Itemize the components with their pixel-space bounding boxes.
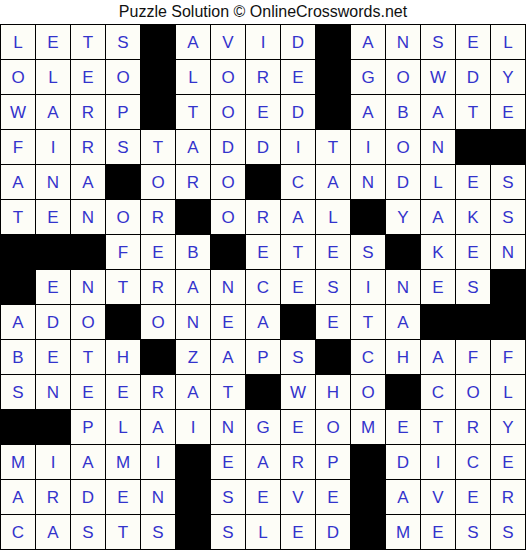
letter-cell: E <box>71 375 106 410</box>
letter-cell: D <box>386 165 421 200</box>
letter-cell: E <box>316 480 351 515</box>
letter-cell: A <box>421 340 456 375</box>
letter-cell: E <box>246 480 281 515</box>
letter-cell: E <box>71 60 106 95</box>
letter-cell: O <box>351 375 386 410</box>
letter-cell: A <box>141 410 176 445</box>
letter-cell: D <box>281 95 316 130</box>
black-cell <box>386 235 421 270</box>
letter-cell: N <box>71 270 106 305</box>
black-cell <box>106 165 141 200</box>
letter-cell: E <box>211 445 246 480</box>
letter-cell: T <box>421 410 456 445</box>
letter-cell: V <box>421 480 456 515</box>
page-title: Puzzle Solution © OnlineCrosswords.net <box>0 0 526 24</box>
letter-cell: A <box>316 165 351 200</box>
letter-cell: T <box>71 25 106 60</box>
letter-cell: A <box>176 25 211 60</box>
letter-cell: O <box>106 60 141 95</box>
letter-cell: C <box>281 165 316 200</box>
letter-cell: A <box>36 95 71 130</box>
black-cell <box>351 200 386 235</box>
letter-cell: A <box>351 95 386 130</box>
letter-cell: E <box>281 270 316 305</box>
letter-cell: O <box>106 200 141 235</box>
letter-cell: N <box>386 270 421 305</box>
letter-cell: S <box>211 515 246 550</box>
letter-cell: F <box>1 130 36 165</box>
letter-cell: E <box>36 270 71 305</box>
letter-cell: D <box>386 445 421 480</box>
letter-cell: D <box>316 515 351 550</box>
letter-cell: O <box>141 305 176 340</box>
letter-cell: S <box>141 515 176 550</box>
letter-cell: A <box>351 25 386 60</box>
black-cell <box>1 410 36 445</box>
letter-cell: S <box>491 200 526 235</box>
letter-cell: T <box>106 270 141 305</box>
letter-cell: N <box>36 165 71 200</box>
letter-cell: N <box>421 130 456 165</box>
letter-cell: O <box>386 130 421 165</box>
letter-cell: T <box>351 305 386 340</box>
black-cell <box>491 305 526 340</box>
letter-cell: D <box>71 480 106 515</box>
letter-cell: L <box>246 515 281 550</box>
letter-cell: E <box>386 410 421 445</box>
letter-cell: E <box>106 480 141 515</box>
letter-cell: E <box>36 340 71 375</box>
letter-cell: I <box>141 445 176 480</box>
letter-cell: E <box>36 200 71 235</box>
black-cell <box>71 235 106 270</box>
letter-cell: A <box>421 95 456 130</box>
letter-cell: T <box>281 235 316 270</box>
letter-cell: C <box>351 340 386 375</box>
black-cell <box>281 305 316 340</box>
letter-cell: H <box>106 340 141 375</box>
letter-cell: A <box>71 165 106 200</box>
black-cell <box>351 480 386 515</box>
puzzle-solution-page: Puzzle Solution © OnlineCrosswords.net L… <box>0 0 526 551</box>
black-cell <box>211 235 246 270</box>
letter-cell: I <box>36 445 71 480</box>
black-cell <box>351 445 386 480</box>
letter-cell: W <box>281 375 316 410</box>
letter-cell: E <box>281 515 316 550</box>
letter-cell: L <box>36 60 71 95</box>
letter-cell: N <box>176 305 211 340</box>
letter-cell: Y <box>491 60 526 95</box>
letter-cell: S <box>351 235 386 270</box>
letter-cell: S <box>211 480 246 515</box>
black-cell <box>456 305 491 340</box>
letter-cell: T <box>316 130 351 165</box>
black-cell <box>421 305 456 340</box>
black-cell <box>106 305 141 340</box>
letter-cell: O <box>386 60 421 95</box>
letter-cell: R <box>456 410 491 445</box>
letter-cell: O <box>316 410 351 445</box>
letter-cell: S <box>491 515 526 550</box>
letter-cell: R <box>491 480 526 515</box>
letter-cell: R <box>281 445 316 480</box>
letter-cell: E <box>456 480 491 515</box>
letter-cell: B <box>176 235 211 270</box>
letter-cell: M <box>351 410 386 445</box>
black-cell <box>36 235 71 270</box>
letter-cell: V <box>211 25 246 60</box>
letter-cell: A <box>211 340 246 375</box>
black-cell <box>1 270 36 305</box>
letter-cell: H <box>316 375 351 410</box>
letter-cell: N <box>386 25 421 60</box>
letter-cell: I <box>36 130 71 165</box>
black-cell <box>176 200 211 235</box>
letter-cell: S <box>106 25 141 60</box>
letter-cell: B <box>386 95 421 130</box>
letter-cell: E <box>211 305 246 340</box>
letter-cell: R <box>36 480 71 515</box>
letter-cell: A <box>386 480 421 515</box>
letter-cell: T <box>141 130 176 165</box>
letter-cell: F <box>456 340 491 375</box>
letter-cell: A <box>246 445 281 480</box>
letter-cell: L <box>316 200 351 235</box>
letter-cell: R <box>246 200 281 235</box>
letter-cell: S <box>456 270 491 305</box>
letter-cell: S <box>316 270 351 305</box>
letter-cell: P <box>316 445 351 480</box>
letter-cell: O <box>211 165 246 200</box>
letter-cell: F <box>106 235 141 270</box>
letter-cell: I <box>246 25 281 60</box>
black-cell <box>141 340 176 375</box>
letter-cell: M <box>106 445 141 480</box>
black-cell <box>176 445 211 480</box>
letter-cell: Y <box>491 410 526 445</box>
letter-cell: A <box>176 130 211 165</box>
black-cell <box>491 270 526 305</box>
letter-cell: V <box>281 480 316 515</box>
letter-cell: P <box>71 410 106 445</box>
letter-cell: E <box>36 25 71 60</box>
letter-cell: W <box>421 60 456 95</box>
letter-cell: R <box>176 165 211 200</box>
letter-cell: N <box>351 165 386 200</box>
letter-cell: D <box>211 130 246 165</box>
letter-cell: A <box>71 445 106 480</box>
black-cell <box>351 515 386 550</box>
letter-cell: S <box>281 340 316 375</box>
letter-cell: S <box>1 375 36 410</box>
letter-cell: O <box>141 165 176 200</box>
letter-cell: S <box>71 515 106 550</box>
black-cell <box>386 375 421 410</box>
letter-cell: E <box>141 235 176 270</box>
letter-cell: E <box>316 305 351 340</box>
letter-cell: P <box>246 340 281 375</box>
letter-cell: A <box>1 480 36 515</box>
letter-cell: G <box>351 60 386 95</box>
letter-cell: S <box>106 130 141 165</box>
letter-cell: O <box>1 60 36 95</box>
black-cell <box>316 95 351 130</box>
letter-cell: A <box>281 200 316 235</box>
letter-cell: R <box>71 95 106 130</box>
letter-cell: T <box>1 200 36 235</box>
letter-cell: R <box>141 375 176 410</box>
letter-cell: T <box>106 515 141 550</box>
letter-cell: R <box>141 200 176 235</box>
letter-cell: D <box>281 25 316 60</box>
letter-cell: T <box>211 375 246 410</box>
letter-cell: N <box>211 410 246 445</box>
black-cell <box>176 515 211 550</box>
letter-cell: L <box>421 165 456 200</box>
letter-cell: I <box>351 130 386 165</box>
letter-cell: C <box>456 445 491 480</box>
black-cell <box>316 60 351 95</box>
letter-cell: T <box>71 340 106 375</box>
letter-cell: R <box>141 270 176 305</box>
letter-cell: I <box>351 270 386 305</box>
black-cell <box>316 340 351 375</box>
letter-cell: A <box>246 305 281 340</box>
letter-cell: A <box>36 515 71 550</box>
letter-cell: F <box>491 340 526 375</box>
letter-cell: N <box>211 270 246 305</box>
letter-cell: O <box>211 95 246 130</box>
letter-cell: R <box>71 130 106 165</box>
letter-cell: E <box>491 95 526 130</box>
black-cell <box>491 130 526 165</box>
letter-cell: E <box>106 375 141 410</box>
letter-cell: G <box>246 410 281 445</box>
letter-cell: I <box>281 130 316 165</box>
letter-cell: P <box>106 95 141 130</box>
black-cell <box>456 130 491 165</box>
letter-cell: N <box>491 235 526 270</box>
letter-cell: E <box>421 515 456 550</box>
letter-cell: D <box>36 305 71 340</box>
letter-cell: B <box>1 340 36 375</box>
letter-cell: E <box>246 235 281 270</box>
letter-cell: E <box>281 410 316 445</box>
letter-cell: L <box>106 410 141 445</box>
black-cell <box>141 60 176 95</box>
letter-cell: E <box>491 445 526 480</box>
letter-cell: A <box>176 375 211 410</box>
letter-cell: T <box>456 95 491 130</box>
letter-cell: R <box>246 60 281 95</box>
letter-cell: H <box>386 340 421 375</box>
letter-cell: O <box>456 375 491 410</box>
letter-cell: N <box>141 480 176 515</box>
black-cell <box>246 165 281 200</box>
letter-cell: D <box>456 60 491 95</box>
letter-cell: A <box>386 305 421 340</box>
black-cell <box>1 235 36 270</box>
letter-cell: M <box>1 445 36 480</box>
black-cell <box>141 25 176 60</box>
letter-cell: C <box>1 515 36 550</box>
letter-cell: S <box>456 515 491 550</box>
black-cell <box>141 95 176 130</box>
black-cell <box>316 25 351 60</box>
letter-cell: W <box>1 95 36 130</box>
black-cell <box>176 480 211 515</box>
black-cell <box>246 375 281 410</box>
black-cell <box>36 410 71 445</box>
letter-cell: E <box>456 25 491 60</box>
letter-cell: D <box>246 130 281 165</box>
letter-cell: Y <box>386 200 421 235</box>
letter-cell: M <box>386 515 421 550</box>
letter-cell: T <box>176 95 211 130</box>
letter-cell: E <box>316 235 351 270</box>
letter-cell: E <box>421 270 456 305</box>
letter-cell: I <box>176 410 211 445</box>
letter-cell: A <box>1 305 36 340</box>
letter-cell: L <box>1 25 36 60</box>
letter-cell: N <box>36 375 71 410</box>
letter-cell: A <box>1 165 36 200</box>
letter-cell: L <box>176 60 211 95</box>
letter-cell: L <box>491 375 526 410</box>
letter-cell: O <box>211 60 246 95</box>
letter-cell: L <box>491 25 526 60</box>
letter-cell: E <box>456 235 491 270</box>
letter-cell: C <box>246 270 281 305</box>
letter-cell: O <box>211 200 246 235</box>
crossword-grid: LETSAVIDANSELOLEOLOREGOWDYWARPTOEDABATEF… <box>0 24 526 550</box>
letter-cell: K <box>421 235 456 270</box>
letter-cell: A <box>421 200 456 235</box>
letter-cell: Z <box>176 340 211 375</box>
letter-cell: O <box>71 305 106 340</box>
letter-cell: E <box>281 60 316 95</box>
letter-cell: E <box>456 165 491 200</box>
letter-cell: S <box>491 165 526 200</box>
letter-cell: S <box>421 25 456 60</box>
letter-cell: C <box>421 375 456 410</box>
letter-cell: E <box>246 95 281 130</box>
letter-cell: N <box>71 200 106 235</box>
letter-cell: A <box>176 270 211 305</box>
letter-cell: K <box>456 200 491 235</box>
letter-cell: I <box>421 445 456 480</box>
